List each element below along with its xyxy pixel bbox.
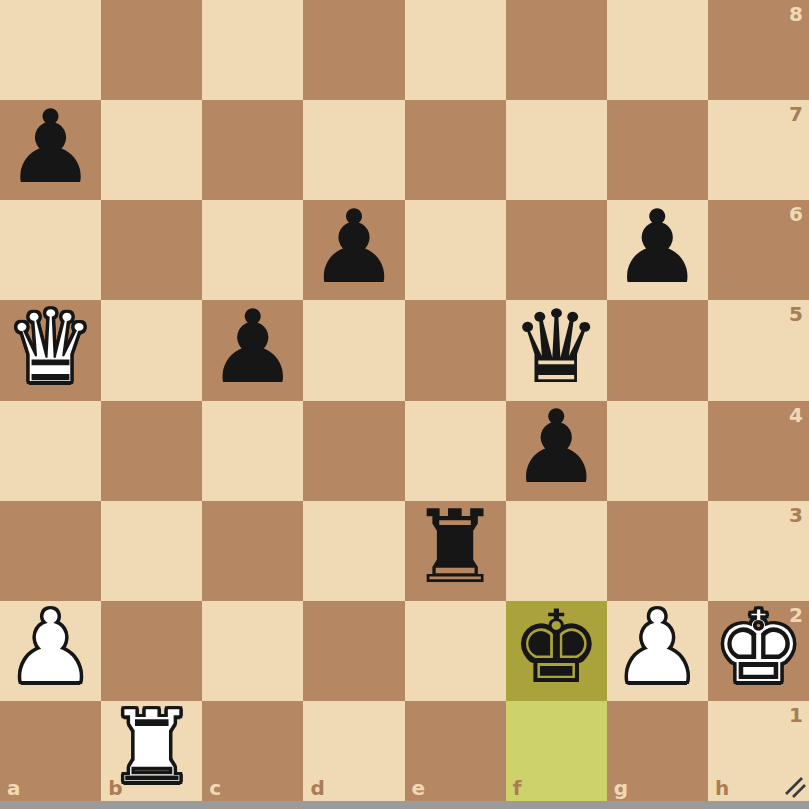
square-f4[interactable]: ♟ (506, 401, 607, 501)
square-d5[interactable] (303, 300, 404, 400)
square-b3[interactable] (101, 501, 202, 601)
white-pawn[interactable]: ♟ (0, 601, 101, 701)
square-a2[interactable]: ♟ (0, 601, 101, 701)
square-c6[interactable] (202, 200, 303, 300)
square-c1[interactable] (202, 701, 303, 801)
white-rook[interactable]: ♜ (101, 701, 202, 801)
square-e2[interactable] (405, 601, 506, 701)
square-e7[interactable] (405, 100, 506, 200)
square-h3[interactable] (708, 501, 809, 601)
square-e3[interactable]: ♜ (405, 501, 506, 601)
square-b6[interactable] (101, 200, 202, 300)
square-c2[interactable] (202, 601, 303, 701)
square-a7[interactable]: ♟ (0, 100, 101, 200)
white-pawn[interactable]: ♟ (607, 601, 708, 701)
black-pawn[interactable]: ♟ (506, 401, 607, 501)
black-rook[interactable]: ♜ (405, 501, 506, 601)
square-g2[interactable]: ♟ (607, 601, 708, 701)
chess-board: ♟♟♟♛♟♛♟♜♟♚♟♚♜87654321abcdefgh (0, 0, 809, 809)
square-h5[interactable] (708, 300, 809, 400)
square-d1[interactable] (303, 701, 404, 801)
square-f7[interactable] (506, 100, 607, 200)
square-e5[interactable] (405, 300, 506, 400)
square-c5[interactable]: ♟ (202, 300, 303, 400)
square-e8[interactable] (405, 0, 506, 100)
square-g3[interactable] (607, 501, 708, 601)
square-d7[interactable] (303, 100, 404, 200)
square-a8[interactable] (0, 0, 101, 100)
square-e6[interactable] (405, 200, 506, 300)
square-d4[interactable] (303, 401, 404, 501)
square-b4[interactable] (101, 401, 202, 501)
black-queen[interactable]: ♛ (506, 300, 607, 400)
square-a5[interactable]: ♛ (0, 300, 101, 400)
black-king[interactable]: ♚ (506, 601, 607, 701)
black-pawn[interactable]: ♟ (607, 200, 708, 300)
square-c3[interactable] (202, 501, 303, 601)
square-h7[interactable] (708, 100, 809, 200)
black-pawn[interactable]: ♟ (202, 300, 303, 400)
square-e4[interactable] (405, 401, 506, 501)
square-h2[interactable]: ♚ (708, 601, 809, 701)
bottom-bar (0, 801, 809, 809)
square-f1[interactable] (506, 701, 607, 801)
square-a4[interactable] (0, 401, 101, 501)
square-f2[interactable]: ♚ (506, 601, 607, 701)
square-g4[interactable] (607, 401, 708, 501)
square-d2[interactable] (303, 601, 404, 701)
square-g5[interactable] (607, 300, 708, 400)
square-c4[interactable] (202, 401, 303, 501)
square-b5[interactable] (101, 300, 202, 400)
square-g1[interactable] (607, 701, 708, 801)
square-h8[interactable] (708, 0, 809, 100)
square-e1[interactable] (405, 701, 506, 801)
square-c7[interactable] (202, 100, 303, 200)
square-g6[interactable]: ♟ (607, 200, 708, 300)
black-pawn[interactable]: ♟ (303, 200, 404, 300)
square-g7[interactable] (607, 100, 708, 200)
white-queen[interactable]: ♛ (0, 300, 101, 400)
square-d8[interactable] (303, 0, 404, 100)
square-f6[interactable] (506, 200, 607, 300)
square-b2[interactable] (101, 601, 202, 701)
square-f8[interactable] (506, 0, 607, 100)
square-g8[interactable] (607, 0, 708, 100)
square-a1[interactable] (0, 701, 101, 801)
square-a3[interactable] (0, 501, 101, 601)
square-b7[interactable] (101, 100, 202, 200)
square-f3[interactable] (506, 501, 607, 601)
square-a6[interactable] (0, 200, 101, 300)
square-d6[interactable]: ♟ (303, 200, 404, 300)
white-king[interactable]: ♚ (708, 601, 809, 701)
square-h4[interactable] (708, 401, 809, 501)
square-d3[interactable] (303, 501, 404, 601)
square-h6[interactable] (708, 200, 809, 300)
square-b1[interactable]: ♜ (101, 701, 202, 801)
square-b8[interactable] (101, 0, 202, 100)
resize-handle-icon[interactable] (783, 775, 807, 799)
board-squares: ♟♟♟♛♟♛♟♜♟♚♟♚♜87654321abcdefgh (0, 0, 809, 801)
square-c8[interactable] (202, 0, 303, 100)
square-f5[interactable]: ♛ (506, 300, 607, 400)
black-pawn[interactable]: ♟ (0, 100, 101, 200)
